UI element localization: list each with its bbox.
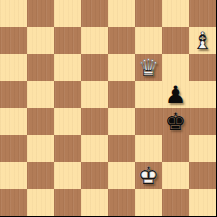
square-g5[interactable]: ♟ bbox=[162, 81, 189, 108]
square-f2[interactable]: ♚♔ bbox=[135, 162, 162, 189]
white-queen-outline-glyph: ♕ bbox=[135, 54, 162, 81]
square-g7[interactable] bbox=[162, 27, 189, 54]
square-d1[interactable] bbox=[81, 189, 108, 216]
square-g8[interactable] bbox=[162, 0, 189, 27]
square-d4[interactable] bbox=[81, 108, 108, 135]
square-c6[interactable] bbox=[54, 54, 81, 81]
square-h4[interactable] bbox=[189, 108, 216, 135]
white-king-outline-glyph: ♔ bbox=[135, 162, 162, 189]
chess-board: ♝♗♛♕♟♚♚♔ bbox=[0, 0, 217, 217]
square-a6[interactable] bbox=[0, 54, 27, 81]
square-c1[interactable] bbox=[54, 189, 81, 216]
square-d7[interactable] bbox=[81, 27, 108, 54]
square-e7[interactable] bbox=[108, 27, 135, 54]
square-c4[interactable] bbox=[54, 108, 81, 135]
square-c2[interactable] bbox=[54, 162, 81, 189]
piece-black-pawn[interactable]: ♟ bbox=[162, 81, 189, 108]
square-g3[interactable] bbox=[162, 135, 189, 162]
square-d5[interactable] bbox=[81, 81, 108, 108]
square-e8[interactable] bbox=[108, 0, 135, 27]
piece-white-king[interactable]: ♚♔ bbox=[135, 162, 162, 189]
square-g2[interactable] bbox=[162, 162, 189, 189]
square-d6[interactable] bbox=[81, 54, 108, 81]
square-h5[interactable] bbox=[189, 81, 216, 108]
square-e3[interactable] bbox=[108, 135, 135, 162]
square-d2[interactable] bbox=[81, 162, 108, 189]
square-e6[interactable] bbox=[108, 54, 135, 81]
square-a1[interactable] bbox=[0, 189, 27, 216]
square-c5[interactable] bbox=[54, 81, 81, 108]
square-a2[interactable] bbox=[0, 162, 27, 189]
square-d8[interactable] bbox=[81, 0, 108, 27]
square-h8[interactable] bbox=[189, 0, 216, 27]
square-g4[interactable]: ♚ bbox=[162, 108, 189, 135]
square-f5[interactable] bbox=[135, 81, 162, 108]
square-b8[interactable] bbox=[27, 0, 54, 27]
square-b2[interactable] bbox=[27, 162, 54, 189]
square-c8[interactable] bbox=[54, 0, 81, 27]
square-e4[interactable] bbox=[108, 108, 135, 135]
square-b1[interactable] bbox=[27, 189, 54, 216]
square-a7[interactable] bbox=[0, 27, 27, 54]
piece-white-queen[interactable]: ♛♕ bbox=[135, 54, 162, 81]
square-c3[interactable] bbox=[54, 135, 81, 162]
square-a3[interactable] bbox=[0, 135, 27, 162]
square-b3[interactable] bbox=[27, 135, 54, 162]
square-h7[interactable]: ♝♗ bbox=[189, 27, 216, 54]
piece-white-bishop[interactable]: ♝♗ bbox=[189, 27, 216, 54]
square-b4[interactable] bbox=[27, 108, 54, 135]
square-b6[interactable] bbox=[27, 54, 54, 81]
square-e5[interactable] bbox=[108, 81, 135, 108]
square-g6[interactable] bbox=[162, 54, 189, 81]
black-king-fill-glyph: ♚ bbox=[162, 108, 189, 135]
square-b5[interactable] bbox=[27, 81, 54, 108]
square-f3[interactable] bbox=[135, 135, 162, 162]
square-a8[interactable] bbox=[0, 0, 27, 27]
black-pawn-fill-glyph: ♟ bbox=[162, 81, 189, 108]
square-h1[interactable] bbox=[189, 189, 216, 216]
square-f1[interactable] bbox=[135, 189, 162, 216]
square-b7[interactable] bbox=[27, 27, 54, 54]
square-h3[interactable] bbox=[189, 135, 216, 162]
white-bishop-outline-glyph: ♗ bbox=[189, 27, 216, 54]
square-a5[interactable] bbox=[0, 81, 27, 108]
square-f8[interactable] bbox=[135, 0, 162, 27]
square-d3[interactable] bbox=[81, 135, 108, 162]
square-f4[interactable] bbox=[135, 108, 162, 135]
square-e2[interactable] bbox=[108, 162, 135, 189]
square-h2[interactable] bbox=[189, 162, 216, 189]
square-h6[interactable] bbox=[189, 54, 216, 81]
square-e1[interactable] bbox=[108, 189, 135, 216]
square-f6[interactable]: ♛♕ bbox=[135, 54, 162, 81]
piece-black-king[interactable]: ♚ bbox=[162, 108, 189, 135]
square-c7[interactable] bbox=[54, 27, 81, 54]
square-f7[interactable] bbox=[135, 27, 162, 54]
square-a4[interactable] bbox=[0, 108, 27, 135]
square-g1[interactable] bbox=[162, 189, 189, 216]
